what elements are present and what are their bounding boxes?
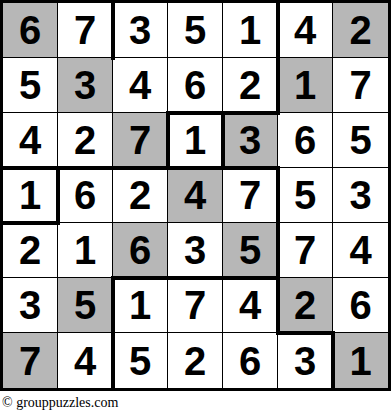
cell-r5c3-diagonal: 6 bbox=[113, 223, 168, 278]
cell-r4c7: 3 bbox=[333, 168, 388, 223]
cell-r6c6-diagonal: 2 bbox=[278, 278, 333, 333]
cell-r1c5: 1 bbox=[223, 3, 278, 58]
cell-r6c4: 7 bbox=[168, 278, 223, 333]
cell-r6c7: 6 bbox=[333, 278, 388, 333]
sudoku-board: 6735142534621742713651624753216357435174… bbox=[0, 0, 391, 391]
thick-border-vertical bbox=[221, 111, 225, 170]
cell-r7c7-diagonal: 1 bbox=[333, 333, 388, 388]
thick-border-vertical bbox=[276, 56, 280, 115]
thick-border-vertical bbox=[331, 331, 335, 390]
thick-border-vertical bbox=[276, 221, 280, 280]
cell-r1c3: 3 bbox=[113, 3, 168, 58]
thick-border-horizontal bbox=[221, 111, 280, 115]
cell-r6c3: 1 bbox=[113, 278, 168, 333]
puzzle-page: 6735142534621742713651624753216357435174… bbox=[0, 0, 391, 412]
cell-r1c2: 7 bbox=[58, 3, 113, 58]
cell-r7c6: 3 bbox=[278, 333, 333, 388]
thick-border-vertical bbox=[276, 166, 280, 225]
cell-r2c5: 2 bbox=[223, 58, 278, 113]
thick-border-horizontal bbox=[56, 166, 115, 170]
cell-r4c4-diagonal: 4 bbox=[168, 168, 223, 223]
thick-border-vertical bbox=[111, 331, 115, 390]
cell-r3c4: 1 bbox=[168, 113, 223, 168]
thick-border-horizontal bbox=[276, 331, 335, 335]
cell-r4c1: 1 bbox=[3, 168, 58, 223]
cell-r2c6-diagonal: 1 bbox=[278, 58, 333, 113]
cell-r2c3: 4 bbox=[113, 58, 168, 113]
thick-border-vertical bbox=[56, 166, 60, 225]
thick-border-horizontal bbox=[221, 166, 280, 170]
cell-r5c1: 2 bbox=[3, 223, 58, 278]
cell-r5c7: 4 bbox=[333, 223, 388, 278]
cell-r6c1: 3 bbox=[3, 278, 58, 333]
thick-border-horizontal bbox=[1, 166, 60, 170]
cell-r6c5: 4 bbox=[223, 278, 278, 333]
thick-border-horizontal bbox=[166, 166, 225, 170]
cell-r5c4: 3 bbox=[168, 223, 223, 278]
cell-r1c4: 5 bbox=[168, 3, 223, 58]
cell-r2c2-diagonal: 3 bbox=[58, 58, 113, 113]
cell-r7c1-diagonal: 7 bbox=[3, 333, 58, 388]
thick-border-vertical bbox=[166, 111, 170, 170]
cell-r7c5: 6 bbox=[223, 333, 278, 388]
thick-border-vertical bbox=[276, 276, 280, 335]
thick-border-horizontal bbox=[1, 221, 60, 225]
thick-border-vertical bbox=[276, 1, 280, 60]
thick-border-horizontal bbox=[221, 276, 280, 280]
cell-r2c7: 7 bbox=[333, 58, 388, 113]
thick-border-vertical bbox=[111, 276, 115, 335]
cell-r5c2: 1 bbox=[58, 223, 113, 278]
cell-r4c3: 2 bbox=[113, 168, 168, 223]
cell-r4c5: 7 bbox=[223, 168, 278, 223]
cell-r2c4: 6 bbox=[168, 58, 223, 113]
cell-r3c6: 6 bbox=[278, 113, 333, 168]
cell-r7c2: 4 bbox=[58, 333, 113, 388]
cell-r1c6: 4 bbox=[278, 3, 333, 58]
thick-border-horizontal bbox=[111, 276, 170, 280]
thick-border-vertical bbox=[111, 1, 115, 60]
cell-r3c5-diagonal: 3 bbox=[223, 113, 278, 168]
cell-r3c3-diagonal: 7 bbox=[113, 113, 168, 168]
cell-r2c1: 5 bbox=[3, 58, 58, 113]
cell-r3c7: 5 bbox=[333, 113, 388, 168]
cell-r5c5-diagonal: 5 bbox=[223, 223, 278, 278]
cell-r3c2: 2 bbox=[58, 113, 113, 168]
cell-r1c7-diagonal: 2 bbox=[333, 3, 388, 58]
cell-r4c2: 6 bbox=[58, 168, 113, 223]
cell-r7c4: 2 bbox=[168, 333, 223, 388]
cell-r7c3: 5 bbox=[113, 333, 168, 388]
copyright-credit: © grouppuzzles.com bbox=[2, 393, 389, 412]
thick-border-horizontal bbox=[166, 111, 225, 115]
cell-r1c1-diagonal: 6 bbox=[3, 3, 58, 58]
cell-r5c6: 7 bbox=[278, 223, 333, 278]
thick-border-horizontal bbox=[111, 166, 170, 170]
cell-r6c2-diagonal: 5 bbox=[58, 278, 113, 333]
cell-r3c1: 4 bbox=[3, 113, 58, 168]
cell-r4c6: 5 bbox=[278, 168, 333, 223]
thick-border-horizontal bbox=[166, 276, 225, 280]
